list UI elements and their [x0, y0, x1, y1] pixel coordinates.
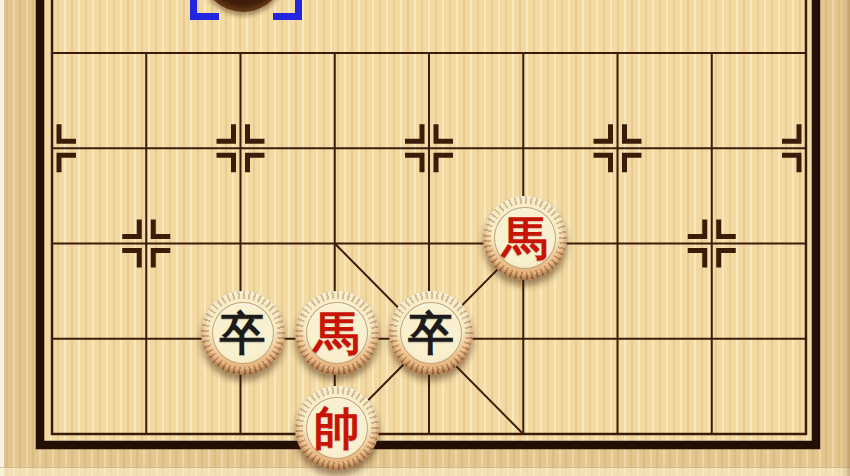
piece-glyph: 卒 [220, 310, 266, 356]
piece-glyph: 馬 [314, 310, 360, 356]
piece-black-soldier-1[interactable]: 卒 [201, 291, 285, 375]
piece-red-general[interactable]: 帥 [295, 386, 379, 470]
selection-bracket-left [190, 0, 219, 20]
piece-black-soldier-2[interactable]: 卒 [389, 291, 473, 375]
piece-glyph: 馬 [502, 215, 548, 261]
piece-red-horse-2[interactable]: 馬 [295, 291, 379, 375]
xiangqi-board: 馬卒馬卒帥 [0, 0, 850, 476]
board-grid [0, 0, 850, 476]
piece-red-horse-1[interactable]: 馬 [483, 196, 567, 280]
piece-glyph: 帥 [314, 405, 360, 451]
piece-glyph: 卒 [408, 310, 454, 356]
selection-bracket-right [273, 0, 302, 20]
